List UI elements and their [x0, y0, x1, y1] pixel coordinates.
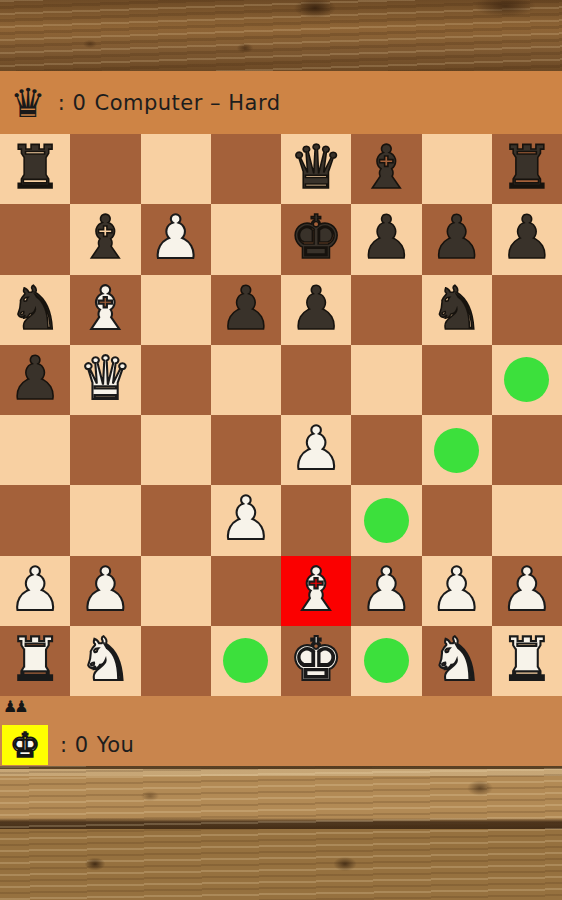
square-d3[interactable]: ♟	[211, 485, 281, 555]
black-bishop: ♝	[78, 207, 132, 267]
square-c1[interactable]	[141, 626, 211, 696]
white-pawn: ♟	[78, 559, 132, 619]
square-g1[interactable]: ♞	[422, 626, 492, 696]
black-pawn: ♟	[219, 278, 273, 338]
opponent-bar: ♛ : 0 Computer – Hard	[0, 71, 562, 134]
white-pawn: ♟	[149, 207, 203, 267]
player-row: ♚ : 0 You	[2, 725, 134, 765]
white-pawn: ♟	[500, 559, 554, 619]
move-hint-dot[interactable]	[364, 638, 409, 683]
square-h1[interactable]: ♜	[492, 626, 562, 696]
player-score: : 0	[60, 733, 89, 757]
square-f2[interactable]: ♟	[351, 556, 421, 626]
square-c2[interactable]	[141, 556, 211, 626]
square-a6[interactable]: ♞	[0, 275, 70, 345]
white-knight: ♞	[78, 629, 132, 689]
square-f4[interactable]	[351, 415, 421, 485]
white-king: ♚	[289, 629, 343, 689]
square-a5[interactable]: ♟	[0, 345, 70, 415]
square-d7[interactable]	[211, 204, 281, 274]
white-queen: ♛	[78, 348, 132, 408]
square-b7[interactable]: ♝	[70, 204, 140, 274]
move-hint-dot[interactable]	[504, 357, 549, 402]
wood-background-top	[0, 0, 562, 71]
square-b5[interactable]: ♛	[70, 345, 140, 415]
move-hint-dot[interactable]	[434, 428, 479, 473]
white-pawn: ♟	[289, 418, 343, 478]
square-c8[interactable]	[141, 134, 211, 204]
square-a3[interactable]	[0, 485, 70, 555]
square-f6[interactable]	[351, 275, 421, 345]
white-pawn: ♟	[430, 559, 484, 619]
square-h8[interactable]: ♜	[492, 134, 562, 204]
square-c7[interactable]: ♟	[141, 204, 211, 274]
square-d1[interactable]	[211, 626, 281, 696]
square-e5[interactable]	[281, 345, 351, 415]
square-f3[interactable]	[351, 485, 421, 555]
move-hint-dot[interactable]	[223, 638, 268, 683]
white-bishop: ♝	[289, 559, 343, 619]
square-d5[interactable]	[211, 345, 281, 415]
black-pawn: ♟	[430, 207, 484, 267]
black-knight: ♞	[430, 278, 484, 338]
white-pawn: ♟	[359, 559, 413, 619]
white-rook: ♜	[8, 629, 62, 689]
square-e7[interactable]: ♚	[281, 204, 351, 274]
square-h4[interactable]	[492, 415, 562, 485]
square-b2[interactable]: ♟	[70, 556, 140, 626]
square-f7[interactable]: ♟	[351, 204, 421, 274]
square-e4[interactable]: ♟	[281, 415, 351, 485]
wood-background-bottom	[0, 766, 562, 900]
square-f1[interactable]	[351, 626, 421, 696]
square-b3[interactable]	[70, 485, 140, 555]
white-rook: ♜	[500, 629, 554, 689]
square-g6[interactable]: ♞	[422, 275, 492, 345]
square-g7[interactable]: ♟	[422, 204, 492, 274]
square-g2[interactable]: ♟	[422, 556, 492, 626]
black-queen-icon: ♛	[10, 83, 46, 123]
square-b4[interactable]	[70, 415, 140, 485]
square-e2[interactable]: ♝	[281, 556, 351, 626]
turn-indicator: ♚	[2, 725, 48, 765]
square-g4[interactable]	[422, 415, 492, 485]
square-h5[interactable]	[492, 345, 562, 415]
chess-board: ♜♛♝♜♝♟♚♟♟♟♞♝♟♟♞♟♛♟♟♟♟♝♟♟♟♜♞♚♞♜	[0, 134, 562, 696]
move-hint-dot[interactable]	[364, 498, 409, 543]
square-e3[interactable]	[281, 485, 351, 555]
square-d2[interactable]	[211, 556, 281, 626]
square-h6[interactable]	[492, 275, 562, 345]
square-e6[interactable]: ♟	[281, 275, 351, 345]
square-a7[interactable]	[0, 204, 70, 274]
black-pawn: ♟	[500, 207, 554, 267]
square-f5[interactable]	[351, 345, 421, 415]
square-a1[interactable]: ♜	[0, 626, 70, 696]
black-pawn: ♟	[289, 278, 343, 338]
white-pawn: ♟	[219, 488, 273, 548]
white-king-icon: ♚	[10, 728, 40, 762]
white-knight: ♞	[430, 629, 484, 689]
black-rook: ♜	[500, 137, 554, 197]
square-e8[interactable]: ♛	[281, 134, 351, 204]
square-e1[interactable]: ♚	[281, 626, 351, 696]
square-c6[interactable]	[141, 275, 211, 345]
black-king: ♚	[289, 207, 343, 267]
square-h3[interactable]	[492, 485, 562, 555]
white-pawn: ♟	[8, 559, 62, 619]
square-a8[interactable]: ♜	[0, 134, 70, 204]
square-b6[interactable]: ♝	[70, 275, 140, 345]
square-c5[interactable]	[141, 345, 211, 415]
square-f8[interactable]: ♝	[351, 134, 421, 204]
square-a2[interactable]: ♟	[0, 556, 70, 626]
square-b1[interactable]: ♞	[70, 626, 140, 696]
square-g5[interactable]	[422, 345, 492, 415]
square-d4[interactable]	[211, 415, 281, 485]
player-bar: ♟♟ ♚ : 0 You	[0, 696, 562, 766]
square-g3[interactable]	[422, 485, 492, 555]
black-knight: ♞	[8, 278, 62, 338]
black-pawn: ♟	[359, 207, 413, 267]
black-bishop: ♝	[359, 137, 413, 197]
square-c3[interactable]	[141, 485, 211, 555]
opponent-score: : 0	[58, 91, 87, 115]
black-queen: ♛	[289, 137, 343, 197]
black-pawn: ♟	[8, 348, 62, 408]
square-c4[interactable]	[141, 415, 211, 485]
square-h7[interactable]: ♟	[492, 204, 562, 274]
player-label: You	[97, 733, 135, 757]
black-rook: ♜	[8, 137, 62, 197]
opponent-label: Computer – Hard	[94, 91, 280, 115]
square-a4[interactable]	[0, 415, 70, 485]
chess-app: ♛ : 0 Computer – Hard ♜♛♝♜♝♟♚♟♟♟♞♝♟♟♞♟♛♟…	[0, 0, 562, 900]
square-g8[interactable]	[422, 134, 492, 204]
captured-pieces: ♟♟	[3, 697, 26, 716]
square-h2[interactable]: ♟	[492, 556, 562, 626]
square-d8[interactable]	[211, 134, 281, 204]
white-bishop: ♝	[78, 278, 132, 338]
square-d6[interactable]: ♟	[211, 275, 281, 345]
square-b8[interactable]	[70, 134, 140, 204]
